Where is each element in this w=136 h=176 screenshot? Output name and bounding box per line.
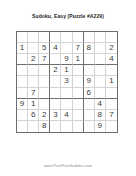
cell-r2c9[interactable]: 2	[106, 43, 117, 54]
cell-r6c3[interactable]	[39, 88, 50, 99]
cell-r4c5[interactable]: 1	[61, 65, 72, 76]
cell-r2c7[interactable]: 8	[84, 43, 95, 54]
cell-r7c4[interactable]	[50, 99, 61, 110]
cell-r5c6[interactable]	[73, 76, 84, 87]
cell-r6c2[interactable]: 7	[28, 88, 39, 99]
cell-r2c5[interactable]	[61, 43, 72, 54]
cell-r4c4[interactable]: 2	[50, 65, 61, 76]
cell-r3c2[interactable]: 2	[28, 54, 39, 65]
cell-r5c7[interactable]: 9	[84, 76, 95, 87]
cell-r8c9[interactable]: 7	[106, 110, 117, 121]
cell-r5c1[interactable]	[17, 76, 28, 87]
cell-r7c6[interactable]	[73, 99, 84, 110]
puzzle-title: Sudoku, Easy (Puzzle #A229)	[0, 13, 136, 19]
cell-r1c6[interactable]	[73, 32, 84, 43]
cell-r4c2[interactable]	[28, 65, 39, 76]
cell-r2c8[interactable]	[95, 43, 106, 54]
cell-r1c1[interactable]	[17, 32, 28, 43]
cell-r3c4[interactable]	[50, 54, 61, 65]
cell-r3c9[interactable]: 4	[106, 54, 117, 65]
cell-r7c7[interactable]	[84, 99, 95, 110]
cell-r7c5[interactable]	[61, 99, 72, 110]
cell-r9c2[interactable]	[28, 121, 39, 132]
cell-r8c6[interactable]	[73, 110, 84, 121]
cell-r3c3[interactable]: 7	[39, 54, 50, 65]
cell-r6c4[interactable]	[50, 88, 61, 99]
cell-r7c9[interactable]	[106, 99, 117, 110]
sudoku-grid: 15478227914213917691462348789	[16, 31, 118, 133]
cell-r1c2[interactable]	[28, 32, 39, 43]
cell-r4c3[interactable]	[39, 65, 50, 76]
cell-r9c1[interactable]	[17, 121, 28, 132]
cell-r5c2[interactable]	[28, 76, 39, 87]
cell-r3c1[interactable]	[17, 54, 28, 65]
cell-r2c6[interactable]: 7	[73, 43, 84, 54]
cell-r5c5[interactable]: 3	[61, 76, 72, 87]
cell-r5c8[interactable]	[95, 76, 106, 87]
cell-r4c9[interactable]	[106, 65, 117, 76]
cell-r2c2[interactable]	[28, 43, 39, 54]
cell-r7c1[interactable]: 9	[17, 99, 28, 110]
cell-r9c5[interactable]	[61, 121, 72, 132]
cell-r7c2[interactable]: 1	[28, 99, 39, 110]
cell-r2c4[interactable]: 4	[50, 43, 61, 54]
cell-r1c9[interactable]	[106, 32, 117, 43]
cell-r2c1[interactable]: 1	[17, 43, 28, 54]
cell-r9c6[interactable]	[73, 121, 84, 132]
cell-r4c7[interactable]	[84, 65, 95, 76]
cell-r7c8[interactable]: 4	[95, 99, 106, 110]
cell-r9c9[interactable]	[106, 121, 117, 132]
cell-r3c5[interactable]: 9	[61, 54, 72, 65]
cell-r8c1[interactable]	[17, 110, 28, 121]
cell-r9c8[interactable]: 9	[95, 121, 106, 132]
cell-r1c8[interactable]	[95, 32, 106, 43]
cell-r6c5[interactable]	[61, 88, 72, 99]
cell-r6c6[interactable]	[73, 88, 84, 99]
cell-r4c6[interactable]	[73, 65, 84, 76]
cell-r5c4[interactable]	[50, 76, 61, 87]
cell-r6c9[interactable]	[106, 88, 117, 99]
cell-r4c1[interactable]	[17, 65, 28, 76]
cell-r6c7[interactable]: 6	[84, 88, 95, 99]
cell-r5c3[interactable]	[39, 76, 50, 87]
cell-r9c3[interactable]: 8	[39, 121, 50, 132]
cell-r3c6[interactable]: 1	[73, 54, 84, 65]
cell-r5c9[interactable]: 1	[106, 76, 117, 87]
cell-r1c5[interactable]	[61, 32, 72, 43]
cell-r6c1[interactable]	[17, 88, 28, 99]
cell-r8c2[interactable]: 6	[28, 110, 39, 121]
cell-r1c3[interactable]	[39, 32, 50, 43]
cell-r7c3[interactable]	[39, 99, 50, 110]
cell-r8c7[interactable]	[84, 110, 95, 121]
cell-r9c7[interactable]	[84, 121, 95, 132]
cell-r2c3[interactable]: 5	[39, 43, 50, 54]
cell-r1c7[interactable]	[84, 32, 95, 43]
cell-r8c4[interactable]: 3	[50, 110, 61, 121]
cell-r8c5[interactable]: 4	[61, 110, 72, 121]
cell-r4c8[interactable]	[95, 65, 106, 76]
cell-r3c7[interactable]	[84, 54, 95, 65]
cell-r6c8[interactable]	[95, 88, 106, 99]
cell-r9c4[interactable]	[50, 121, 61, 132]
cell-r8c3[interactable]: 2	[39, 110, 50, 121]
cell-r1c4[interactable]	[50, 32, 61, 43]
cell-r8c8[interactable]: 8	[95, 110, 106, 121]
footer-url: www.PrintFreeSudoku.com	[0, 163, 136, 168]
cell-r3c8[interactable]	[95, 54, 106, 65]
